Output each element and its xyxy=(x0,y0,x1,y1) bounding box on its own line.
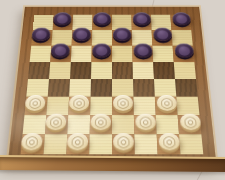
square-d4[interactable] xyxy=(91,79,112,97)
square-f2[interactable]: ◎ xyxy=(134,115,157,134)
piece-dark-man[interactable]: ● xyxy=(72,27,91,40)
square-f5 xyxy=(133,62,154,79)
square-c3[interactable]: ◎ xyxy=(68,97,90,115)
piece-light-man[interactable]: ◎ xyxy=(45,113,66,129)
square-a1[interactable]: ◎ xyxy=(21,134,45,154)
square-h4[interactable] xyxy=(175,79,198,97)
piece-dark-man[interactable]: ● xyxy=(92,43,111,57)
piece-dark-man[interactable]: ● xyxy=(172,12,191,25)
square-d1 xyxy=(89,134,112,154)
square-f6[interactable]: ● xyxy=(132,46,153,62)
piece-light-man[interactable]: ◎ xyxy=(67,133,88,150)
piece-dark-man[interactable]: ● xyxy=(93,12,111,25)
square-c7[interactable]: ● xyxy=(72,30,93,46)
square-e7[interactable]: ● xyxy=(112,30,132,46)
piece-dark-man[interactable]: ● xyxy=(133,43,152,57)
piece-dark-man[interactable]: ● xyxy=(31,27,50,40)
piece-dark-man[interactable]: ● xyxy=(133,12,151,25)
piece-light-man[interactable]: ◎ xyxy=(21,133,43,150)
square-h6[interactable]: ● xyxy=(173,46,195,62)
square-h2[interactable]: ◎ xyxy=(178,115,202,134)
square-b6[interactable]: ● xyxy=(50,46,71,62)
square-d2[interactable]: ◎ xyxy=(90,115,112,134)
square-h5 xyxy=(174,62,196,79)
board-grid: ●●●●●●●●●●●●◎◎◎◎◎◎◎◎◎◎◎◎ xyxy=(21,15,204,154)
square-g5[interactable] xyxy=(153,62,175,79)
piece-dark-man[interactable]: ● xyxy=(113,27,131,40)
square-d5 xyxy=(91,62,112,79)
board-front-edge xyxy=(0,155,225,172)
piece-dark-man[interactable]: ● xyxy=(153,27,172,40)
piece-light-man[interactable]: ◎ xyxy=(25,95,46,111)
square-c6 xyxy=(71,46,92,62)
square-a5[interactable] xyxy=(28,62,50,79)
piece-light-man[interactable]: ◎ xyxy=(69,95,89,111)
square-g6 xyxy=(152,46,173,62)
square-a3[interactable]: ◎ xyxy=(25,97,48,115)
square-g7[interactable]: ● xyxy=(152,30,173,46)
piece-light-man[interactable]: ◎ xyxy=(113,95,133,111)
square-a6 xyxy=(30,46,52,62)
square-e3[interactable]: ◎ xyxy=(112,97,134,115)
square-d8[interactable]: ● xyxy=(92,15,112,30)
square-e6 xyxy=(112,46,133,62)
square-c1[interactable]: ◎ xyxy=(66,134,89,154)
square-b5 xyxy=(49,62,71,79)
square-g3[interactable]: ◎ xyxy=(155,97,178,115)
square-f8[interactable]: ● xyxy=(131,15,151,30)
square-h8[interactable]: ● xyxy=(170,15,191,30)
square-a7[interactable]: ● xyxy=(31,30,52,46)
square-e1[interactable]: ◎ xyxy=(112,134,135,154)
piece-dark-man[interactable]: ● xyxy=(53,12,72,25)
square-f4[interactable] xyxy=(133,79,155,97)
piece-light-man[interactable]: ◎ xyxy=(113,133,134,150)
square-b4[interactable] xyxy=(48,79,70,97)
square-c5[interactable] xyxy=(70,62,91,79)
square-b2[interactable]: ◎ xyxy=(45,115,68,134)
square-h1 xyxy=(179,134,203,154)
checkers-board: ●●●●●●●●●●●●◎◎◎◎◎◎◎◎◎◎◎◎ xyxy=(7,7,216,166)
piece-light-man[interactable]: ◎ xyxy=(156,95,177,111)
square-d6[interactable]: ● xyxy=(91,46,112,62)
square-e5[interactable] xyxy=(112,62,133,79)
piece-light-man[interactable]: ◎ xyxy=(180,113,202,129)
piece-dark-man[interactable]: ● xyxy=(51,43,71,57)
square-f1 xyxy=(134,134,157,154)
square-g1[interactable]: ◎ xyxy=(157,134,181,154)
square-b1 xyxy=(44,134,68,154)
square-b8[interactable]: ● xyxy=(53,15,74,30)
piece-light-man[interactable]: ◎ xyxy=(135,113,156,129)
piece-dark-man[interactable]: ● xyxy=(174,43,194,57)
piece-light-man[interactable]: ◎ xyxy=(158,133,180,150)
piece-light-man[interactable]: ◎ xyxy=(90,113,110,129)
